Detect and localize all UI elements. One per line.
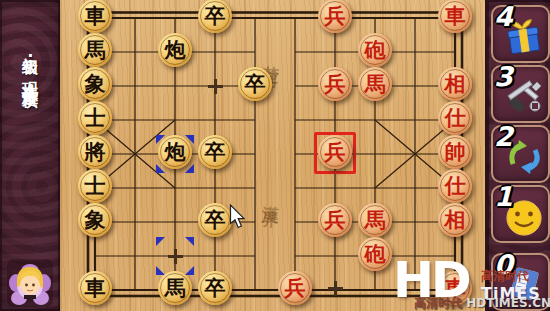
piece-black-general[interactable]: 將 — [78, 135, 112, 169]
piece-black-soldier[interactable]: 卒 — [198, 271, 232, 305]
piece-red-chariot[interactable]: 車 — [438, 271, 472, 305]
piece-red-soldier[interactable]: 兵 — [318, 135, 352, 169]
piece-red-soldier[interactable]: 兵 — [278, 271, 312, 305]
board[interactable]: 楚河 漢界 車馬象士將士象車炮炮馬卒卒卒卒卒兵車砲兵馬相仕兵帥仕兵馬相砲兵車 — [60, 0, 485, 311]
gift-icon — [501, 14, 547, 60]
piece-red-horse[interactable]: 馬 — [358, 203, 392, 237]
piece-black-horse[interactable]: 馬 — [78, 33, 112, 67]
piece-black-horse[interactable]: 馬 — [158, 271, 192, 305]
piece-black-advisor[interactable]: 士 — [78, 169, 112, 203]
player-avatar[interactable] — [7, 259, 53, 307]
piece-red-soldier[interactable]: 兵 — [318, 0, 352, 33]
mood-button[interactable]: 1 — [491, 185, 550, 243]
avatar-girl-image — [7, 259, 53, 307]
empty-point-mark — [208, 79, 223, 94]
piece-black-advisor[interactable]: 士 — [78, 101, 112, 135]
undo-refresh-icon — [501, 134, 547, 180]
piece-black-elephant[interactable]: 象 — [78, 203, 112, 237]
piece-black-soldier[interactable]: 卒 — [198, 203, 232, 237]
undo-button[interactable]: 2 — [491, 125, 550, 183]
piece-black-cannon[interactable]: 炮 — [158, 33, 192, 67]
smiley-icon — [501, 194, 547, 240]
piece-red-horse[interactable]: 馬 — [358, 67, 392, 101]
piece-red-soldier[interactable]: 兵 — [318, 67, 352, 101]
piece-red-elephant[interactable]: 相 — [438, 67, 472, 101]
piece-black-chariot[interactable]: 車 — [78, 271, 112, 305]
piece-red-advisor[interactable]: 仕 — [438, 169, 472, 203]
empty-point-mark — [328, 281, 343, 296]
piece-black-soldier[interactable]: 卒 — [198, 135, 232, 169]
notes-button[interactable]: 0 — [491, 253, 550, 311]
gift-button[interactable]: 4 — [491, 5, 550, 63]
piece-layer: 車馬象士將士象車炮炮馬卒卒卒卒卒兵車砲兵馬相仕兵帥仕兵馬相砲兵車 — [60, 0, 485, 311]
piece-black-cannon[interactable]: 炮 — [158, 135, 192, 169]
piece-red-chariot[interactable]: 車 — [438, 0, 472, 33]
piece-black-chariot[interactable]: 車 — [78, 0, 112, 33]
tools-icon — [501, 74, 547, 120]
piece-black-soldier[interactable]: 卒 — [198, 0, 232, 33]
highlight-last-move-from — [156, 237, 194, 275]
settings-button[interactable]: 3 — [491, 65, 550, 123]
piece-red-elephant[interactable]: 相 — [438, 203, 472, 237]
piece-red-soldier[interactable]: 兵 — [318, 203, 352, 237]
piece-red-cannon[interactable]: 砲 — [358, 33, 392, 67]
toolbar-panel: 4 3 — [485, 0, 550, 311]
piece-red-general[interactable]: 帥 — [438, 135, 472, 169]
piece-black-soldier[interactable]: 卒 — [238, 67, 272, 101]
piece-red-advisor[interactable]: 仕 — [438, 101, 472, 135]
status-panel: 初级:现在请你走棋! — [0, 0, 62, 311]
piece-black-elephant[interactable]: 象 — [78, 67, 112, 101]
status-message: 初级:现在请你走棋! — [22, 44, 38, 102]
notebook-icon — [501, 262, 547, 308]
xiangqi-app: 初级:现在请你走棋! — [0, 0, 550, 311]
piece-red-cannon[interactable]: 砲 — [358, 237, 392, 271]
